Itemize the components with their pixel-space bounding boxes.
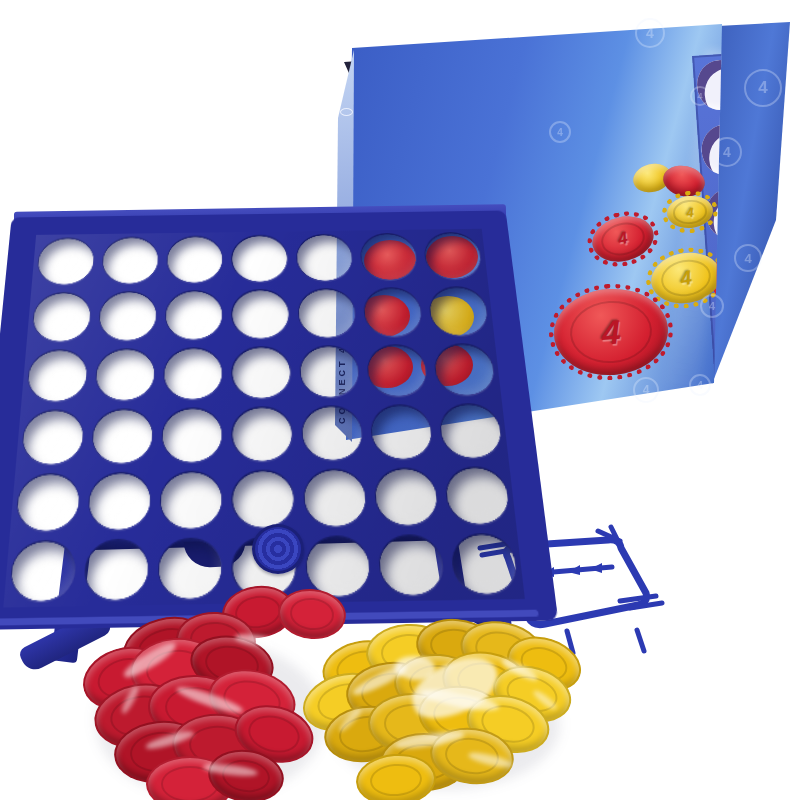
chip-inner-ring (289, 596, 336, 632)
product-photo-stage: CONNECT4 444444444 444444444444444 The c… (0, 0, 800, 800)
chip-bags-layer (0, 0, 800, 800)
chip-inner-ring (369, 762, 423, 798)
